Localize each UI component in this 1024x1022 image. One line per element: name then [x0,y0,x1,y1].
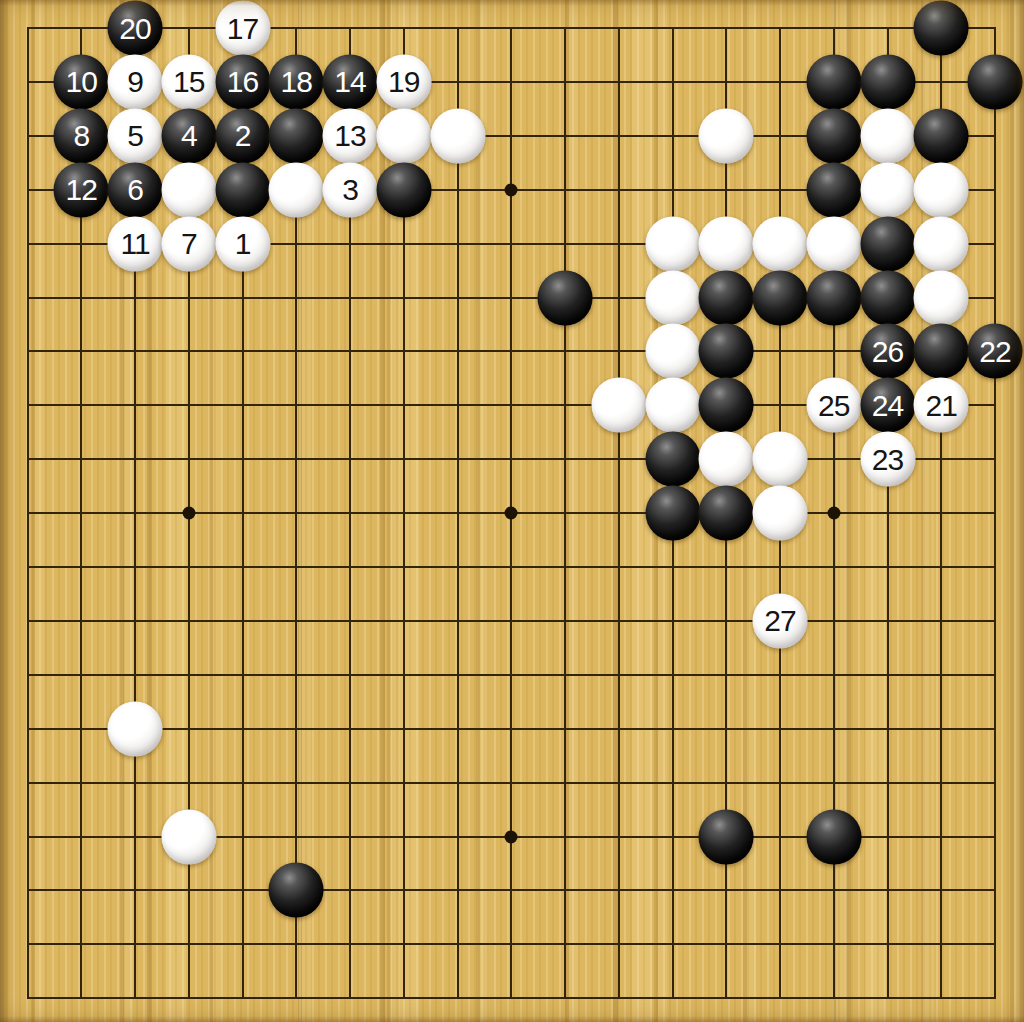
white-stone-c18-r8-move-21: 21 [914,378,969,433]
grid-line-vertical-11 [564,27,566,999]
white-stone-c7-r3-move-13: 13 [323,108,378,163]
white-stone-c14-r9 [699,432,754,487]
white-stone-c13-r7 [645,324,700,379]
black-stone-c6-r17 [269,863,324,918]
black-stone-c5-r2-move-16: 16 [215,54,270,109]
star-point-c10-r4 [505,183,518,196]
black-stone-c2-r2-move-10: 10 [54,54,109,109]
black-stone-c6-r2-move-18: 18 [269,54,324,109]
white-stone-c5-r1-move-17: 17 [215,1,270,56]
white-stone-c7-r4-move-3: 3 [323,162,378,217]
go-board[interactable]: 2017109151618141985421312631171262225242… [0,0,1024,1022]
white-stone-c3-r5-move-11: 11 [108,216,163,271]
black-stone-c17-r2 [860,54,915,109]
white-stone-c8-r2-move-19: 19 [376,54,431,109]
black-stone-c11-r6 [538,270,593,325]
black-stone-c16-r3 [806,108,861,163]
white-stone-c18-r6 [914,270,969,325]
white-stone-c13-r8 [645,378,700,433]
black-stone-c14-r6 [699,270,754,325]
black-stone-c19-r7-move-22: 22 [968,324,1023,379]
white-stone-c3-r2-move-9: 9 [108,54,163,109]
white-stone-c4-r4 [161,162,216,217]
black-stone-c16-r2 [806,54,861,109]
black-stone-c18-r1 [914,1,969,56]
black-stone-c4-r3-move-4: 4 [161,108,216,163]
white-stone-c15-r12-move-27: 27 [753,593,808,648]
white-stone-c13-r6 [645,270,700,325]
grid-line-horizontal-13 [27,674,997,676]
black-stone-c16-r6 [806,270,861,325]
black-stone-c18-r3 [914,108,969,163]
black-stone-c14-r8 [699,378,754,433]
white-stone-c15-r5 [753,216,808,271]
black-stone-c3-r1-move-20: 20 [108,1,163,56]
white-stone-c4-r2-move-15: 15 [161,54,216,109]
black-stone-c16-r4 [806,162,861,217]
star-point-c16-r10 [827,507,840,520]
black-stone-c7-r2-move-14: 14 [323,54,378,109]
black-stone-c17-r7-move-26: 26 [860,324,915,379]
black-stone-c6-r3 [269,108,324,163]
grid-line-horizontal-15 [27,782,997,784]
black-stone-c2-r4-move-12: 12 [54,162,109,217]
white-stone-c9-r3 [430,108,485,163]
white-stone-c16-r8-move-25: 25 [806,378,861,433]
black-stone-c13-r10 [645,486,700,541]
white-stone-c15-r9 [753,432,808,487]
black-stone-c8-r4 [376,162,431,217]
black-stone-c5-r3-move-2: 2 [215,108,270,163]
black-stone-c2-r3-move-8: 8 [54,108,109,163]
star-point-c10-r16 [505,830,518,843]
grid-line-horizontal-11 [27,566,997,568]
white-stone-c18-r5 [914,216,969,271]
grid-line-horizontal-18 [27,943,997,945]
white-stone-c18-r4 [914,162,969,217]
grid-line-horizontal-17 [27,889,997,891]
white-stone-c3-r14 [108,701,163,756]
white-stone-c6-r4 [269,162,324,217]
white-stone-c17-r9-move-23: 23 [860,432,915,487]
black-stone-c18-r7 [914,324,969,379]
black-stone-c14-r10 [699,486,754,541]
star-point-c4-r10 [182,507,195,520]
black-stone-c5-r4 [215,162,270,217]
white-stone-c13-r5 [645,216,700,271]
black-stone-c17-r5 [860,216,915,271]
white-stone-c16-r5 [806,216,861,271]
white-stone-c12-r8 [591,378,646,433]
white-stone-c8-r3 [376,108,431,163]
black-stone-c15-r6 [753,270,808,325]
white-stone-c5-r5-move-1: 1 [215,216,270,271]
black-stone-c16-r16 [806,809,861,864]
black-stone-c17-r8-move-24: 24 [860,378,915,433]
white-stone-c14-r5 [699,216,754,271]
white-stone-c3-r3-move-5: 5 [108,108,163,163]
grid-line-vertical-19 [994,27,996,999]
white-stone-c4-r5-move-7: 7 [161,216,216,271]
black-stone-c14-r7 [699,324,754,379]
black-stone-c17-r6 [860,270,915,325]
grid-line-horizontal-19 [27,997,997,999]
black-stone-c19-r2 [968,54,1023,109]
white-stone-c17-r3 [860,108,915,163]
black-stone-c14-r16 [699,809,754,864]
white-stone-c4-r16 [161,809,216,864]
star-point-c10-r10 [505,507,518,520]
grid-line-vertical-12 [618,27,620,999]
grid-line-horizontal-12 [27,620,997,622]
white-stone-c17-r4 [860,162,915,217]
grid-line-horizontal-14 [27,728,997,730]
black-stone-c3-r4-move-6: 6 [108,162,163,217]
white-stone-c14-r3 [699,108,754,163]
black-stone-c13-r9 [645,432,700,487]
white-stone-c15-r10 [753,486,808,541]
